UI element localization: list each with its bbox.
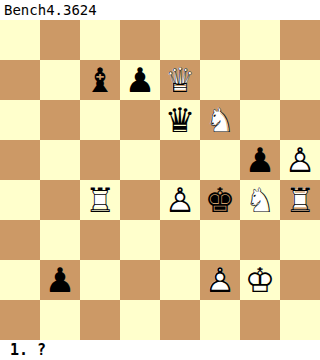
square-e2[interactable] bbox=[160, 260, 200, 300]
king-glyph-outline: ♔ bbox=[240, 260, 280, 300]
square-g4[interactable]: ♞♘ bbox=[240, 180, 280, 220]
square-g3[interactable] bbox=[240, 220, 280, 260]
square-a5[interactable] bbox=[0, 140, 40, 180]
square-d3[interactable] bbox=[120, 220, 160, 260]
square-h8[interactable] bbox=[280, 20, 320, 60]
piece-white-queen[interactable]: ♛♕ bbox=[160, 60, 200, 100]
square-a2[interactable] bbox=[0, 260, 40, 300]
square-e4[interactable]: ♟♙ bbox=[160, 180, 200, 220]
square-d2[interactable] bbox=[120, 260, 160, 300]
square-h5[interactable]: ♟♙ bbox=[280, 140, 320, 180]
chess-board: ♝♟♛♕♛♞♘♟♟♙♜♖♟♙♚♞♘♜♖♟♟♙♚♔ bbox=[0, 20, 320, 340]
square-a1[interactable] bbox=[0, 300, 40, 340]
piece-black-pawn[interactable]: ♟ bbox=[120, 60, 160, 100]
square-g6[interactable] bbox=[240, 100, 280, 140]
square-e3[interactable] bbox=[160, 220, 200, 260]
square-h6[interactable] bbox=[280, 100, 320, 140]
piece-white-king[interactable]: ♚♔ bbox=[240, 260, 280, 300]
square-f2[interactable]: ♟♙ bbox=[200, 260, 240, 300]
square-a3[interactable] bbox=[0, 220, 40, 260]
piece-white-knight[interactable]: ♞♘ bbox=[200, 100, 240, 140]
square-e8[interactable] bbox=[160, 20, 200, 60]
square-a7[interactable] bbox=[0, 60, 40, 100]
position-title: Bench4.3624 bbox=[0, 0, 320, 20]
square-d4[interactable] bbox=[120, 180, 160, 220]
piece-black-pawn[interactable]: ♟ bbox=[40, 260, 80, 300]
square-b5[interactable] bbox=[40, 140, 80, 180]
square-c1[interactable] bbox=[80, 300, 120, 340]
piece-white-rook[interactable]: ♜♖ bbox=[80, 180, 120, 220]
square-e6[interactable]: ♛ bbox=[160, 100, 200, 140]
square-g8[interactable] bbox=[240, 20, 280, 60]
pawn-glyph-outline: ♙ bbox=[200, 260, 240, 300]
square-f6[interactable]: ♞♘ bbox=[200, 100, 240, 140]
square-d7[interactable]: ♟ bbox=[120, 60, 160, 100]
square-d5[interactable] bbox=[120, 140, 160, 180]
square-b3[interactable] bbox=[40, 220, 80, 260]
pawn-glyph-outline: ♙ bbox=[160, 180, 200, 220]
knight-glyph-outline: ♘ bbox=[240, 180, 280, 220]
square-f3[interactable] bbox=[200, 220, 240, 260]
square-g2[interactable]: ♚♔ bbox=[240, 260, 280, 300]
square-c3[interactable] bbox=[80, 220, 120, 260]
rook-glyph-outline: ♖ bbox=[80, 180, 120, 220]
piece-black-pawn[interactable]: ♟ bbox=[240, 140, 280, 180]
square-e7[interactable]: ♛♕ bbox=[160, 60, 200, 100]
square-e5[interactable] bbox=[160, 140, 200, 180]
square-c2[interactable] bbox=[80, 260, 120, 300]
piece-black-king[interactable]: ♚ bbox=[200, 180, 240, 220]
piece-black-queen[interactable]: ♛ bbox=[160, 100, 200, 140]
square-c6[interactable] bbox=[80, 100, 120, 140]
square-d8[interactable] bbox=[120, 20, 160, 60]
square-c7[interactable]: ♝ bbox=[80, 60, 120, 100]
square-a4[interactable] bbox=[0, 180, 40, 220]
square-g7[interactable] bbox=[240, 60, 280, 100]
square-a6[interactable] bbox=[0, 100, 40, 140]
square-e1[interactable] bbox=[160, 300, 200, 340]
knight-glyph-outline: ♘ bbox=[200, 100, 240, 140]
square-b6[interactable] bbox=[40, 100, 80, 140]
square-h1[interactable] bbox=[280, 300, 320, 340]
square-a8[interactable] bbox=[0, 20, 40, 60]
piece-black-bishop[interactable]: ♝ bbox=[80, 60, 120, 100]
chess-app-window: Bench4.3624 ♝♟♛♕♛♞♘♟♟♙♜♖♟♙♚♞♘♜♖♟♟♙♚♔ 1. … bbox=[0, 0, 320, 360]
square-b4[interactable] bbox=[40, 180, 80, 220]
square-b7[interactable] bbox=[40, 60, 80, 100]
square-h3[interactable] bbox=[280, 220, 320, 260]
square-f7[interactable] bbox=[200, 60, 240, 100]
square-h7[interactable] bbox=[280, 60, 320, 100]
square-g5[interactable]: ♟ bbox=[240, 140, 280, 180]
square-f1[interactable] bbox=[200, 300, 240, 340]
queen-glyph-outline: ♕ bbox=[160, 60, 200, 100]
pawn-glyph-outline: ♙ bbox=[280, 140, 320, 180]
square-g1[interactable] bbox=[240, 300, 280, 340]
piece-white-pawn[interactable]: ♟♙ bbox=[160, 180, 200, 220]
piece-white-rook[interactable]: ♜♖ bbox=[280, 180, 320, 220]
rook-glyph-outline: ♖ bbox=[280, 180, 320, 220]
square-c5[interactable] bbox=[80, 140, 120, 180]
square-h4[interactable]: ♜♖ bbox=[280, 180, 320, 220]
square-d6[interactable] bbox=[120, 100, 160, 140]
move-prompt: 1. ? bbox=[0, 340, 320, 360]
square-b1[interactable] bbox=[40, 300, 80, 340]
square-d1[interactable] bbox=[120, 300, 160, 340]
piece-white-knight[interactable]: ♞♘ bbox=[240, 180, 280, 220]
square-b8[interactable] bbox=[40, 20, 80, 60]
square-c8[interactable] bbox=[80, 20, 120, 60]
piece-white-pawn[interactable]: ♟♙ bbox=[280, 140, 320, 180]
square-f5[interactable] bbox=[200, 140, 240, 180]
square-c4[interactable]: ♜♖ bbox=[80, 180, 120, 220]
square-f4[interactable]: ♚ bbox=[200, 180, 240, 220]
piece-white-pawn[interactable]: ♟♙ bbox=[200, 260, 240, 300]
square-b2[interactable]: ♟ bbox=[40, 260, 80, 300]
square-h2[interactable] bbox=[280, 260, 320, 300]
square-f8[interactable] bbox=[200, 20, 240, 60]
